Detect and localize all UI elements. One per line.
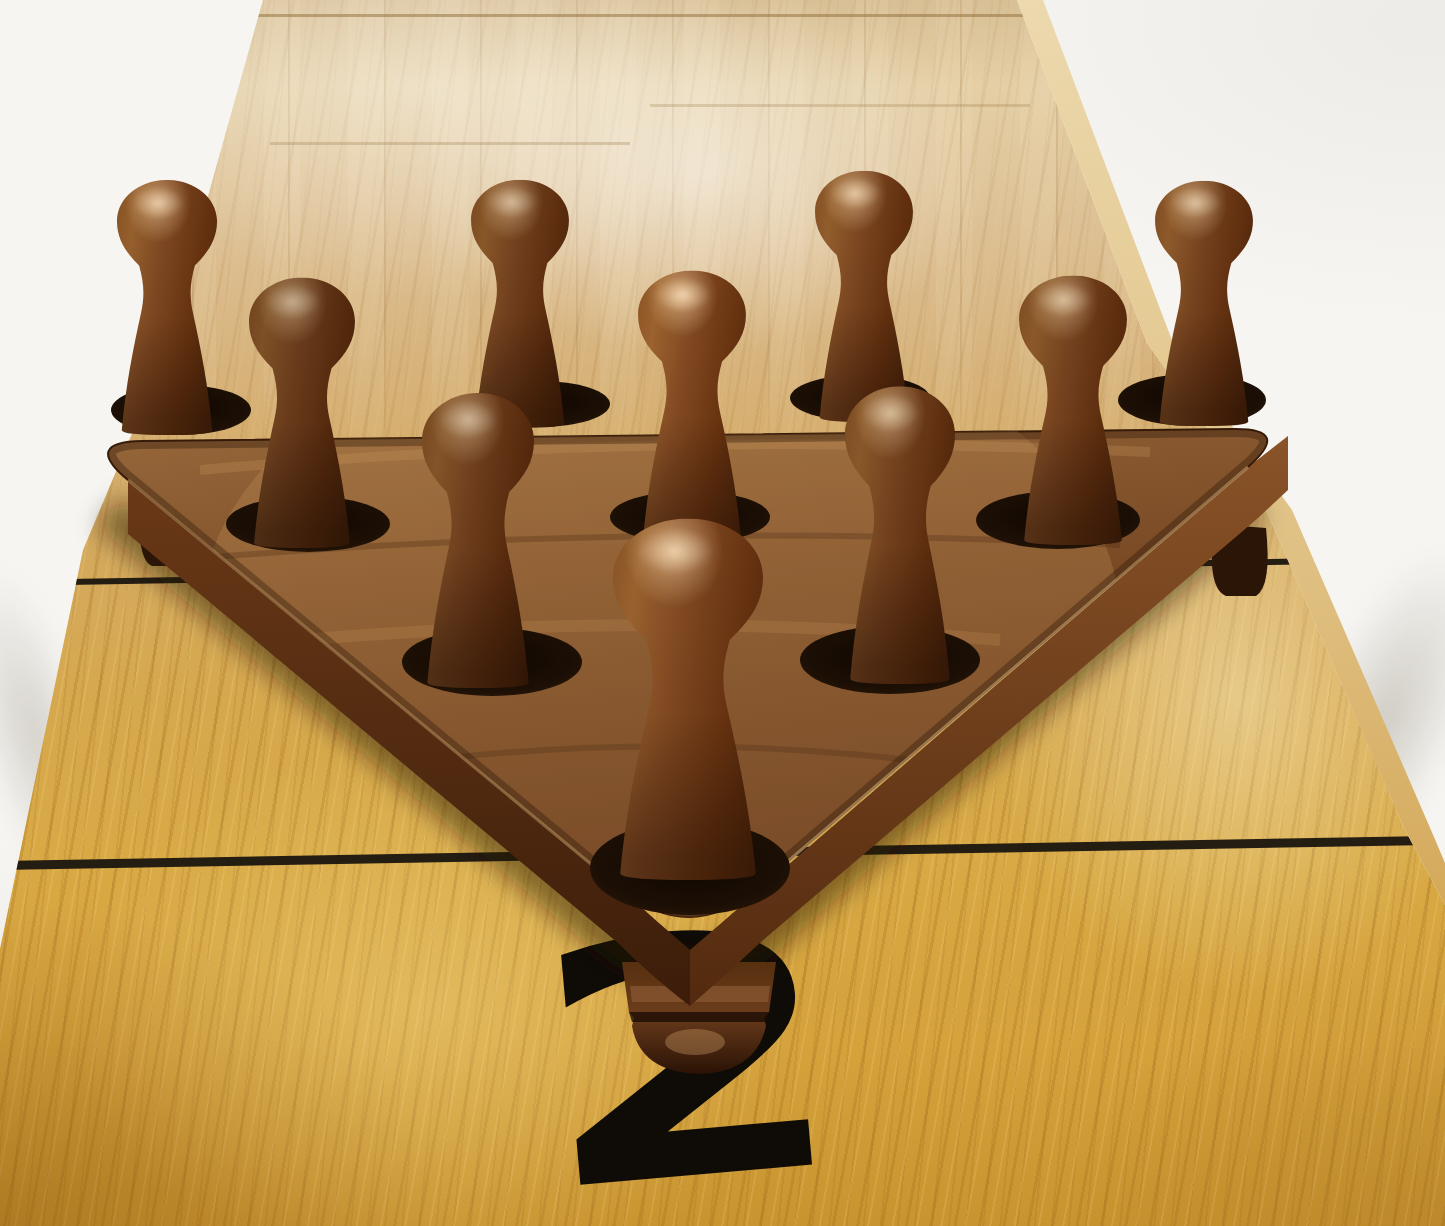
- pin-highlight: [1036, 282, 1092, 317]
- pins-layer: [0, 0, 1445, 1226]
- pin-highlight: [486, 186, 537, 218]
- bowling-pin-5[interactable]: [630, 262, 755, 542]
- bowling-pin-3[interactable]: [837, 377, 964, 684]
- pin-highlight: [655, 277, 711, 312]
- pin-highlight: [132, 186, 184, 219]
- pin-highlight: [439, 400, 497, 438]
- bowling-pin-8[interactable]: [463, 172, 576, 428]
- bowling-pin-1[interactable]: [601, 507, 774, 880]
- bowling-pin-6[interactable]: [1011, 267, 1136, 545]
- pin-highlight: [636, 527, 714, 574]
- bowling-pin-9[interactable]: [807, 163, 920, 422]
- scene: 2: [0, 0, 1445, 1226]
- pin-highlight: [1170, 187, 1221, 219]
- bowling-pin-10[interactable]: [1147, 173, 1260, 426]
- pin-highlight: [265, 284, 320, 319]
- pin-highlight: [862, 394, 919, 433]
- pin-highlight: [830, 177, 881, 210]
- bowling-pin-4[interactable]: [241, 269, 363, 548]
- bowling-pin-7[interactable]: [109, 172, 224, 435]
- bowling-pin-2[interactable]: [413, 384, 542, 688]
